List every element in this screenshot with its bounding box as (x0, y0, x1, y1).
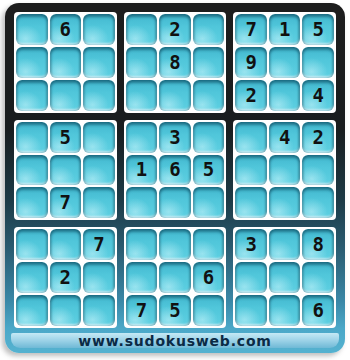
box-6: 42 (233, 120, 336, 221)
cell-r3c9[interactable]: 4 (302, 80, 334, 111)
cell-r7c9[interactable]: 8 (302, 229, 334, 260)
cell-r8c9[interactable] (302, 262, 334, 293)
cell-r6c7[interactable] (235, 187, 267, 218)
cell-r9c3[interactable] (83, 295, 115, 326)
cell-r5c4[interactable]: 1 (126, 155, 158, 186)
cell-r2c6[interactable] (193, 47, 225, 78)
cell-r1c7[interactable]: 7 (235, 14, 267, 45)
cell-r7c6[interactable] (193, 229, 225, 260)
cell-r2c8[interactable] (269, 47, 301, 78)
box-9: 386 (233, 227, 336, 328)
cell-r8c8[interactable] (269, 262, 301, 293)
cell-r9c5[interactable]: 5 (159, 295, 191, 326)
footer-bar: www.sudokusweb.com (11, 333, 339, 348)
cell-r3c1[interactable] (16, 80, 48, 111)
cell-r7c1[interactable] (16, 229, 48, 260)
cell-r4c9[interactable]: 2 (302, 122, 334, 153)
cell-r4c2[interactable]: 5 (50, 122, 82, 153)
sudoku-board: 6287159245731654272675386 (14, 12, 336, 328)
cell-r4c3[interactable] (83, 122, 115, 153)
cell-r2c1[interactable] (16, 47, 48, 78)
cell-r1c6[interactable] (193, 14, 225, 45)
sudoku-widget: 6287159245731654272675386 www.sudokusweb… (5, 3, 345, 353)
cell-r6c1[interactable] (16, 187, 48, 218)
cell-r9c6[interactable] (193, 295, 225, 326)
cell-r3c8[interactable] (269, 80, 301, 111)
cell-r3c7[interactable]: 2 (235, 80, 267, 111)
cell-r5c1[interactable] (16, 155, 48, 186)
cell-r2c7[interactable]: 9 (235, 47, 267, 78)
cell-r5c2[interactable] (50, 155, 82, 186)
cell-r7c4[interactable] (126, 229, 158, 260)
cell-r9c1[interactable] (16, 295, 48, 326)
cell-r9c7[interactable] (235, 295, 267, 326)
box-5: 3165 (124, 120, 227, 221)
cell-r4c7[interactable] (235, 122, 267, 153)
cell-r6c8[interactable] (269, 187, 301, 218)
cell-r4c4[interactable] (126, 122, 158, 153)
cell-r9c4[interactable]: 7 (126, 295, 158, 326)
cell-r2c5[interactable]: 8 (159, 47, 191, 78)
cell-r1c8[interactable]: 1 (269, 14, 301, 45)
cell-r5c9[interactable] (302, 155, 334, 186)
cell-r9c9[interactable]: 6 (302, 295, 334, 326)
cell-r5c7[interactable] (235, 155, 267, 186)
cell-r8c6[interactable]: 6 (193, 262, 225, 293)
box-4: 57 (14, 120, 117, 221)
cell-r5c5[interactable]: 6 (159, 155, 191, 186)
cell-r1c1[interactable] (16, 14, 48, 45)
cell-r6c2[interactable]: 7 (50, 187, 82, 218)
website-link[interactable]: www.sudokusweb.com (78, 333, 271, 349)
box-1: 6 (14, 12, 117, 113)
cell-r6c3[interactable] (83, 187, 115, 218)
cell-r9c8[interactable] (269, 295, 301, 326)
cell-r1c3[interactable] (83, 14, 115, 45)
cell-r3c5[interactable] (159, 80, 191, 111)
cell-r8c3[interactable] (83, 262, 115, 293)
cell-r4c5[interactable]: 3 (159, 122, 191, 153)
cell-r5c3[interactable] (83, 155, 115, 186)
cell-r5c8[interactable] (269, 155, 301, 186)
cell-r1c5[interactable]: 2 (159, 14, 191, 45)
cell-r6c6[interactable] (193, 187, 225, 218)
cell-r5c6[interactable]: 5 (193, 155, 225, 186)
cell-r2c3[interactable] (83, 47, 115, 78)
cell-r2c2[interactable] (50, 47, 82, 78)
cell-r7c7[interactable]: 3 (235, 229, 267, 260)
box-8: 675 (124, 227, 227, 328)
cell-r1c9[interactable]: 5 (302, 14, 334, 45)
cell-r6c5[interactable] (159, 187, 191, 218)
cell-r1c2[interactable]: 6 (50, 14, 82, 45)
cell-r8c7[interactable] (235, 262, 267, 293)
cell-r8c5[interactable] (159, 262, 191, 293)
cell-r2c4[interactable] (126, 47, 158, 78)
cell-r7c3[interactable]: 7 (83, 229, 115, 260)
cell-r4c1[interactable] (16, 122, 48, 153)
cell-r8c1[interactable] (16, 262, 48, 293)
cell-r9c2[interactable] (50, 295, 82, 326)
cell-r6c9[interactable] (302, 187, 334, 218)
cell-r7c5[interactable] (159, 229, 191, 260)
box-3: 715924 (233, 12, 336, 113)
box-7: 72 (14, 227, 117, 328)
cell-r3c3[interactable] (83, 80, 115, 111)
cell-r8c4[interactable] (126, 262, 158, 293)
cell-r3c2[interactable] (50, 80, 82, 111)
cell-r2c9[interactable] (302, 47, 334, 78)
cell-r3c6[interactable] (193, 80, 225, 111)
cell-r7c8[interactable] (269, 229, 301, 260)
cell-r7c2[interactable] (50, 229, 82, 260)
cell-r6c4[interactable] (126, 187, 158, 218)
cell-r3c4[interactable] (126, 80, 158, 111)
cell-r4c8[interactable]: 4 (269, 122, 301, 153)
cell-r1c4[interactable] (126, 14, 158, 45)
cell-r4c6[interactable] (193, 122, 225, 153)
box-2: 28 (124, 12, 227, 113)
cell-r8c2[interactable]: 2 (50, 262, 82, 293)
